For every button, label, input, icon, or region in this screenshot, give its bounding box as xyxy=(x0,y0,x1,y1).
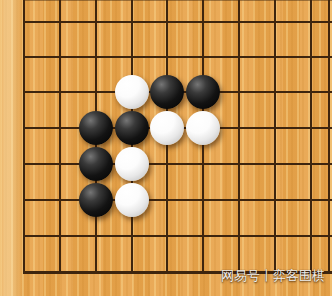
grid-line-v xyxy=(23,0,25,273)
board-surface[interactable]: 网易号丨弈客围棋 xyxy=(0,0,332,296)
grid-line-h xyxy=(23,21,332,23)
grid-line-h xyxy=(23,56,332,58)
stone-white[interactable] xyxy=(115,147,149,181)
board-left-margin xyxy=(0,0,23,296)
grid-line-v xyxy=(310,0,312,273)
cropped-top-line xyxy=(23,0,332,1)
stone-white[interactable] xyxy=(115,183,149,217)
stone-black[interactable] xyxy=(79,183,113,217)
grid-line-h xyxy=(23,163,332,165)
grid-line-h xyxy=(23,235,332,237)
stone-white[interactable] xyxy=(115,75,149,109)
stone-black[interactable] xyxy=(79,111,113,145)
grid-line-v xyxy=(59,0,61,273)
watermark-text: 网易号丨弈客围棋 xyxy=(221,268,325,283)
grid-line-v-partial-right xyxy=(328,0,330,273)
stone-white[interactable] xyxy=(186,111,220,145)
grid-line-v xyxy=(274,0,276,273)
stone-white[interactable] xyxy=(150,111,184,145)
stone-black[interactable] xyxy=(79,147,113,181)
stone-black[interactable] xyxy=(186,75,220,109)
grid-line-v xyxy=(238,0,240,273)
grid-line-h xyxy=(23,199,332,201)
go-board-screenshot: 网易号丨弈客围棋 xyxy=(0,0,332,296)
stone-black[interactable] xyxy=(115,111,149,145)
stone-black[interactable] xyxy=(150,75,184,109)
